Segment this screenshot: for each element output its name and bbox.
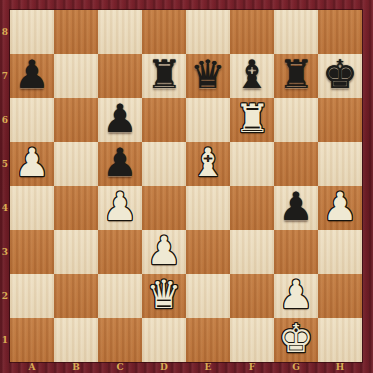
white-king-piece[interactable]: ♚: [279, 317, 314, 361]
black-pawn-piece[interactable]: ♟: [15, 53, 50, 97]
square-a3[interactable]: [10, 230, 54, 274]
square-h7[interactable]: ♚: [318, 54, 362, 98]
chess-board: ♟♜♛♝♜♚♟♜♟♟♝♟♟♟♟♛♟♚: [10, 10, 362, 362]
square-h5[interactable]: [318, 142, 362, 186]
square-c1[interactable]: [98, 318, 142, 362]
square-c2[interactable]: [98, 274, 142, 318]
square-g5[interactable]: [274, 142, 318, 186]
square-e2[interactable]: [186, 274, 230, 318]
square-h1[interactable]: [318, 318, 362, 362]
square-f7[interactable]: ♝: [230, 54, 274, 98]
square-a2[interactable]: [10, 274, 54, 318]
square-b8[interactable]: [54, 10, 98, 54]
black-bishop-piece[interactable]: ♝: [235, 53, 270, 97]
white-pawn-piece[interactable]: ♟: [279, 273, 314, 317]
black-king-piece[interactable]: ♚: [323, 53, 358, 97]
square-f4[interactable]: [230, 186, 274, 230]
square-b5[interactable]: [54, 142, 98, 186]
square-d6[interactable]: [142, 98, 186, 142]
square-c5[interactable]: ♟: [98, 142, 142, 186]
rank-label-8: 8: [0, 10, 10, 54]
rank-label-1: 1: [0, 318, 10, 362]
square-e1[interactable]: [186, 318, 230, 362]
file-label-a: A: [10, 362, 54, 373]
file-label-c: C: [98, 362, 142, 373]
square-a7[interactable]: ♟: [10, 54, 54, 98]
square-e6[interactable]: [186, 98, 230, 142]
white-bishop-piece[interactable]: ♝: [191, 141, 226, 185]
file-labels: ABCDEFGH: [10, 362, 362, 373]
white-pawn-piece[interactable]: ♟: [103, 185, 138, 229]
white-rook-piece[interactable]: ♜: [235, 97, 270, 141]
square-f2[interactable]: [230, 274, 274, 318]
square-c3[interactable]: [98, 230, 142, 274]
square-h4[interactable]: ♟: [318, 186, 362, 230]
square-b3[interactable]: [54, 230, 98, 274]
square-a4[interactable]: [10, 186, 54, 230]
file-label-g: G: [274, 362, 318, 373]
square-g2[interactable]: ♟: [274, 274, 318, 318]
square-e5[interactable]: ♝: [186, 142, 230, 186]
square-a5[interactable]: ♟: [10, 142, 54, 186]
black-rook-piece[interactable]: ♜: [147, 53, 182, 97]
square-c6[interactable]: ♟: [98, 98, 142, 142]
file-label-h: H: [318, 362, 362, 373]
square-e3[interactable]: [186, 230, 230, 274]
square-g7[interactable]: ♜: [274, 54, 318, 98]
square-h3[interactable]: [318, 230, 362, 274]
square-e4[interactable]: [186, 186, 230, 230]
square-g1[interactable]: ♚: [274, 318, 318, 362]
file-label-d: D: [142, 362, 186, 373]
square-b6[interactable]: [54, 98, 98, 142]
square-h8[interactable]: [318, 10, 362, 54]
square-f3[interactable]: [230, 230, 274, 274]
square-f8[interactable]: [230, 10, 274, 54]
square-a8[interactable]: [10, 10, 54, 54]
file-label-e: E: [186, 362, 230, 373]
black-queen-piece[interactable]: ♛: [191, 53, 226, 97]
square-d5[interactable]: [142, 142, 186, 186]
white-pawn-piece[interactable]: ♟: [15, 141, 50, 185]
square-g6[interactable]: [274, 98, 318, 142]
rank-labels: 87654321: [0, 10, 10, 362]
square-g8[interactable]: [274, 10, 318, 54]
square-g3[interactable]: [274, 230, 318, 274]
square-b4[interactable]: [54, 186, 98, 230]
black-rook-piece[interactable]: ♜: [279, 53, 314, 97]
rank-label-2: 2: [0, 274, 10, 318]
black-pawn-piece[interactable]: ♟: [103, 141, 138, 185]
rank-label-4: 4: [0, 186, 10, 230]
square-c8[interactable]: [98, 10, 142, 54]
square-b1[interactable]: [54, 318, 98, 362]
board-frame: 87654321 ♟♜♛♝♜♚♟♜♟♟♝♟♟♟♟♛♟♚ ABCDEFGH: [0, 0, 373, 373]
square-e8[interactable]: [186, 10, 230, 54]
white-pawn-piece[interactable]: ♟: [147, 229, 182, 273]
rank-label-6: 6: [0, 98, 10, 142]
square-d4[interactable]: [142, 186, 186, 230]
square-c7[interactable]: [98, 54, 142, 98]
square-d2[interactable]: ♛: [142, 274, 186, 318]
square-d7[interactable]: ♜: [142, 54, 186, 98]
white-queen-piece[interactable]: ♛: [147, 273, 182, 317]
square-a6[interactable]: [10, 98, 54, 142]
square-a1[interactable]: [10, 318, 54, 362]
file-label-b: B: [54, 362, 98, 373]
rank-label-5: 5: [0, 142, 10, 186]
file-label-f: F: [230, 362, 274, 373]
square-d3[interactable]: ♟: [142, 230, 186, 274]
square-f6[interactable]: ♜: [230, 98, 274, 142]
white-pawn-piece[interactable]: ♟: [323, 185, 358, 229]
rank-label-3: 3: [0, 230, 10, 274]
square-c4[interactable]: ♟: [98, 186, 142, 230]
square-b7[interactable]: [54, 54, 98, 98]
black-pawn-piece[interactable]: ♟: [279, 185, 314, 229]
square-d1[interactable]: [142, 318, 186, 362]
square-h2[interactable]: [318, 274, 362, 318]
square-b2[interactable]: [54, 274, 98, 318]
square-g4[interactable]: ♟: [274, 186, 318, 230]
black-pawn-piece[interactable]: ♟: [103, 97, 138, 141]
rank-label-7: 7: [0, 54, 10, 98]
square-h6[interactable]: [318, 98, 362, 142]
square-e7[interactable]: ♛: [186, 54, 230, 98]
square-f1[interactable]: [230, 318, 274, 362]
square-d8[interactable]: [142, 10, 186, 54]
square-f5[interactable]: [230, 142, 274, 186]
